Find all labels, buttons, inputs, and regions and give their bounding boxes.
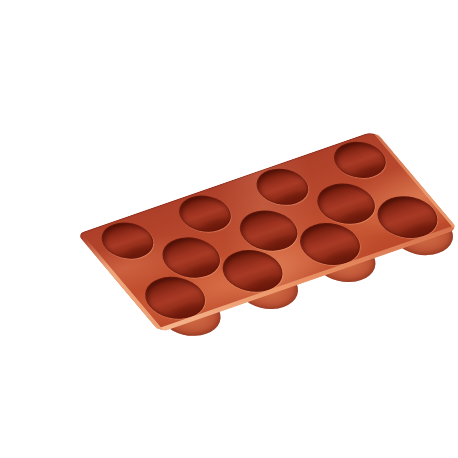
product-photo bbox=[40, 16, 458, 458]
muffin-mould bbox=[77, 131, 458, 333]
